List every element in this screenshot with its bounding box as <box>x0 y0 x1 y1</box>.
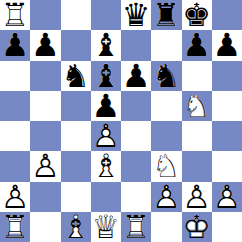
piece-outline-layer: ♙ <box>151 182 181 212</box>
black-bishop-icon[interactable]: ♗♝ <box>91 30 121 60</box>
square-c1[interactable]: ♝♗ <box>61 212 91 242</box>
square-a3[interactable] <box>0 151 30 181</box>
square-d4[interactable]: ♟♙ <box>91 121 121 151</box>
square-a4[interactable] <box>0 121 30 151</box>
square-e3[interactable] <box>121 151 151 181</box>
square-a1[interactable]: ♜♖ <box>0 212 30 242</box>
black-queen-icon[interactable]: ♕♛ <box>121 0 151 30</box>
piece-outline-layer: ♟ <box>91 91 121 121</box>
black-knight-icon[interactable]: ♘♞ <box>151 61 181 91</box>
square-f6[interactable]: ♘♞ <box>151 61 181 91</box>
white-rook-icon[interactable]: ♜♖ <box>0 0 30 30</box>
square-b7[interactable]: ♙♟ <box>30 30 60 60</box>
square-g6[interactable] <box>182 61 212 91</box>
square-b2[interactable] <box>30 182 60 212</box>
square-c8[interactable] <box>61 0 91 30</box>
chess-board: ♜♖♕♛♖♜♔♚♙♟♙♟♗♝♙♟♙♟♘♞♗♝♙♟♘♞♙♟♞♘♟♙♟♙♝♗♞♘♟♙… <box>0 0 242 242</box>
piece-outline-layer: ♖ <box>121 212 151 242</box>
square-a8[interactable]: ♜♖ <box>0 0 30 30</box>
square-f2[interactable]: ♟♙ <box>151 182 181 212</box>
white-rook-icon[interactable]: ♜♖ <box>121 212 151 242</box>
black-bishop-icon[interactable]: ♗♝ <box>91 61 121 91</box>
square-d5[interactable]: ♙♟ <box>91 91 121 121</box>
piece-outline-layer: ♛ <box>121 0 151 30</box>
square-c2[interactable] <box>61 182 91 212</box>
piece-outline-layer: ♟ <box>0 30 30 60</box>
square-c3[interactable] <box>61 151 91 181</box>
square-a5[interactable] <box>0 91 30 121</box>
black-pawn-icon[interactable]: ♙♟ <box>30 30 60 60</box>
white-queen-icon[interactable]: ♛♕ <box>91 212 121 242</box>
white-pawn-icon[interactable]: ♟♙ <box>30 151 60 181</box>
square-h8[interactable] <box>212 0 242 30</box>
square-h3[interactable] <box>212 151 242 181</box>
square-d2[interactable] <box>91 182 121 212</box>
square-h4[interactable] <box>212 121 242 151</box>
square-h7[interactable]: ♙♟ <box>212 30 242 60</box>
piece-outline-layer: ♘ <box>151 151 181 181</box>
piece-outline-layer: ♔ <box>182 212 212 242</box>
square-e2[interactable] <box>121 182 151 212</box>
square-e5[interactable] <box>121 91 151 121</box>
white-pawn-icon[interactable]: ♟♙ <box>151 182 181 212</box>
piece-outline-layer: ♚ <box>182 0 212 30</box>
piece-outline-layer: ♙ <box>91 121 121 151</box>
square-f1[interactable] <box>151 212 181 242</box>
piece-outline-layer: ♝ <box>91 61 121 91</box>
square-e8[interactable]: ♕♛ <box>121 0 151 30</box>
black-knight-icon[interactable]: ♘♞ <box>61 61 91 91</box>
white-pawn-icon[interactable]: ♟♙ <box>91 121 121 151</box>
piece-outline-layer: ♟ <box>182 30 212 60</box>
white-king-icon[interactable]: ♚♔ <box>182 212 212 242</box>
piece-outline-layer: ♝ <box>91 30 121 60</box>
square-f4[interactable] <box>151 121 181 151</box>
piece-outline-layer: ♟ <box>30 30 60 60</box>
square-f3[interactable]: ♞♘ <box>151 151 181 181</box>
white-pawn-icon[interactable]: ♟♙ <box>182 182 212 212</box>
square-g3[interactable] <box>182 151 212 181</box>
square-g4[interactable] <box>182 121 212 151</box>
square-h6[interactable] <box>212 61 242 91</box>
piece-outline-layer: ♙ <box>182 182 212 212</box>
white-pawn-icon[interactable]: ♟♙ <box>0 182 30 212</box>
black-pawn-icon[interactable]: ♙♟ <box>0 30 30 60</box>
square-b3[interactable]: ♟♙ <box>30 151 60 181</box>
white-knight-icon[interactable]: ♞♘ <box>151 151 181 181</box>
piece-outline-layer: ♟ <box>121 61 151 91</box>
square-f8[interactable]: ♖♜ <box>151 0 181 30</box>
white-knight-icon[interactable]: ♞♘ <box>182 91 212 121</box>
square-b1[interactable] <box>30 212 60 242</box>
piece-outline-layer: ♙ <box>212 182 242 212</box>
black-pawn-icon[interactable]: ♙♟ <box>212 30 242 60</box>
piece-outline-layer: ♕ <box>91 212 121 242</box>
black-king-icon[interactable]: ♔♚ <box>182 0 212 30</box>
square-g5[interactable]: ♞♘ <box>182 91 212 121</box>
piece-outline-layer: ♜ <box>151 0 181 30</box>
square-g1[interactable]: ♚♔ <box>182 212 212 242</box>
square-e1[interactable]: ♜♖ <box>121 212 151 242</box>
square-b8[interactable] <box>30 0 60 30</box>
square-a7[interactable]: ♙♟ <box>0 30 30 60</box>
square-d8[interactable] <box>91 0 121 30</box>
square-e6[interactable]: ♙♟ <box>121 61 151 91</box>
square-d7[interactable]: ♗♝ <box>91 30 121 60</box>
square-e7[interactable] <box>121 30 151 60</box>
black-rook-icon[interactable]: ♖♜ <box>151 0 181 30</box>
square-h1[interactable] <box>212 212 242 242</box>
piece-outline-layer: ♘ <box>182 91 212 121</box>
piece-outline-layer: ♙ <box>30 151 60 181</box>
square-d1[interactable]: ♛♕ <box>91 212 121 242</box>
piece-outline-layer: ♙ <box>0 182 30 212</box>
square-f5[interactable] <box>151 91 181 121</box>
square-g7[interactable]: ♙♟ <box>182 30 212 60</box>
square-c7[interactable] <box>61 30 91 60</box>
square-c6[interactable]: ♘♞ <box>61 61 91 91</box>
piece-outline-layer: ♟ <box>212 30 242 60</box>
black-pawn-icon[interactable]: ♙♟ <box>91 91 121 121</box>
square-b5[interactable] <box>30 91 60 121</box>
square-b4[interactable] <box>30 121 60 151</box>
piece-outline-layer: ♗ <box>91 151 121 181</box>
piece-outline-layer: ♗ <box>61 212 91 242</box>
white-bishop-icon[interactable]: ♝♗ <box>61 212 91 242</box>
square-a6[interactable] <box>0 61 30 91</box>
square-e4[interactable] <box>121 121 151 151</box>
piece-outline-layer: ♞ <box>151 61 181 91</box>
square-b6[interactable] <box>30 61 60 91</box>
square-d3[interactable]: ♝♗ <box>91 151 121 181</box>
black-pawn-icon[interactable]: ♙♟ <box>121 61 151 91</box>
square-g8[interactable]: ♔♚ <box>182 0 212 30</box>
square-d6[interactable]: ♗♝ <box>91 61 121 91</box>
white-bishop-icon[interactable]: ♝♗ <box>91 151 121 181</box>
piece-outline-layer: ♖ <box>0 212 30 242</box>
white-rook-icon[interactable]: ♜♖ <box>0 212 30 242</box>
square-c5[interactable] <box>61 91 91 121</box>
square-c4[interactable] <box>61 121 91 151</box>
piece-outline-layer: ♖ <box>0 0 30 30</box>
square-h2[interactable]: ♟♙ <box>212 182 242 212</box>
square-h5[interactable] <box>212 91 242 121</box>
square-g2[interactable]: ♟♙ <box>182 182 212 212</box>
square-a2[interactable]: ♟♙ <box>0 182 30 212</box>
square-f7[interactable] <box>151 30 181 60</box>
piece-outline-layer: ♞ <box>61 61 91 91</box>
black-pawn-icon[interactable]: ♙♟ <box>182 30 212 60</box>
white-pawn-icon[interactable]: ♟♙ <box>212 182 242 212</box>
